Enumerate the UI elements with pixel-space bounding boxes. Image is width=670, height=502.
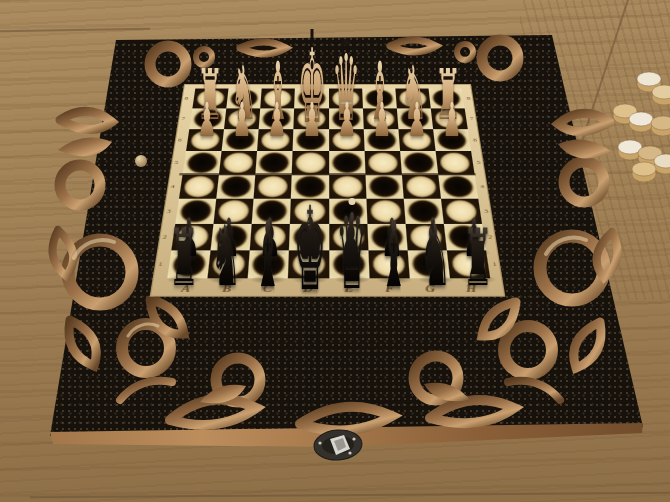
- scene: ABCDEFGH 87654321 87654321 ♜♞♝♚♛♝♞♜♟♟♟♟♟…: [0, 0, 670, 502]
- square-d5: [292, 151, 328, 174]
- square-g2: [405, 224, 446, 251]
- rank-label-8: 8: [184, 96, 188, 101]
- square-d2: [289, 224, 328, 251]
- file-label-e: E: [344, 282, 353, 294]
- square-g7: [397, 109, 433, 130]
- rank-label-5: 5: [476, 160, 481, 166]
- file-label-b: B: [222, 282, 232, 294]
- square-b5: [219, 151, 257, 174]
- file-label-h: H: [465, 282, 477, 294]
- square-e4: [329, 174, 366, 198]
- rank-label-1: 1: [158, 260, 163, 267]
- square-a1: [167, 250, 210, 278]
- chess-board-grid: [167, 89, 490, 279]
- square-a3: [175, 198, 216, 223]
- square-d7: [294, 109, 329, 130]
- square-c7: [259, 109, 295, 130]
- square-f8: [362, 89, 397, 109]
- square-e6: [329, 129, 365, 151]
- square-e5: [329, 151, 366, 174]
- rank-label-5: 5: [174, 160, 179, 166]
- square-a8: [192, 89, 228, 109]
- rank-label-6: 6: [178, 137, 183, 143]
- hinge-seam: [179, 173, 476, 175]
- square-f6: [363, 129, 399, 151]
- square-d8: [294, 89, 328, 109]
- rank-label-3: 3: [166, 208, 171, 215]
- square-b6: [222, 129, 259, 151]
- rank-label-3: 3: [484, 208, 489, 215]
- square-g1: [407, 250, 449, 278]
- latch: [298, 420, 388, 480]
- square-h3: [441, 198, 482, 223]
- square-c8: [260, 89, 295, 109]
- rank-label-4: 4: [170, 183, 175, 189]
- square-d4: [291, 174, 328, 198]
- square-f4: [365, 174, 403, 198]
- square-a7: [189, 109, 226, 130]
- square-g6: [398, 129, 435, 151]
- square-b3: [214, 198, 254, 223]
- square-a5: [183, 151, 222, 174]
- square-f2: [367, 224, 407, 251]
- rank-label-7: 7: [181, 116, 186, 122]
- square-c2: [250, 224, 290, 251]
- square-e7: [329, 109, 364, 130]
- square-b8: [226, 89, 262, 109]
- board-frame: ABCDEFGH 87654321 87654321: [150, 84, 506, 297]
- square-a4: [179, 174, 219, 198]
- square-b4: [216, 174, 255, 198]
- square-h5: [435, 151, 474, 174]
- square-c5: [256, 151, 293, 174]
- square-f7: [363, 109, 399, 130]
- file-label-f: F: [385, 282, 395, 294]
- square-c4: [254, 174, 292, 198]
- rank-label-1: 1: [492, 260, 497, 267]
- square-c6: [257, 129, 293, 151]
- square-f1: [368, 250, 409, 278]
- square-d6: [293, 129, 329, 151]
- square-b7: [224, 109, 260, 130]
- square-d1: [288, 250, 328, 278]
- square-h8: [428, 89, 464, 109]
- file-label-c: C: [263, 282, 273, 294]
- square-g4: [402, 174, 441, 198]
- square-b2: [211, 224, 252, 251]
- square-a6: [186, 129, 224, 151]
- square-h4: [438, 174, 478, 198]
- square-h1: [447, 250, 491, 278]
- file-label-d: D: [303, 282, 313, 294]
- rank-label-4: 4: [480, 183, 485, 189]
- square-f3: [366, 198, 405, 223]
- square-h7: [431, 109, 468, 130]
- chessboard: ABCDEFGH 87654321 87654321: [184, 84, 471, 351]
- square-e2: [329, 224, 368, 251]
- rank-label-8: 8: [466, 96, 470, 101]
- square-e8: [329, 89, 363, 109]
- rank-label-2: 2: [162, 233, 167, 240]
- square-e3: [329, 198, 367, 223]
- square-c1: [248, 250, 289, 278]
- square-a2: [171, 224, 213, 251]
- square-d3: [290, 198, 328, 223]
- square-g8: [395, 89, 431, 109]
- square-g3: [403, 198, 443, 223]
- rank-label-6: 6: [473, 137, 478, 143]
- square-f5: [364, 151, 401, 174]
- square-h2: [444, 224, 486, 251]
- square-g5: [400, 151, 438, 174]
- square-e1: [329, 250, 369, 278]
- file-label-g: G: [425, 282, 436, 294]
- square-c3: [252, 198, 291, 223]
- rank-label-7: 7: [469, 116, 474, 122]
- square-h6: [433, 129, 471, 151]
- rank-label-2: 2: [488, 233, 493, 240]
- file-label-a: A: [181, 282, 192, 294]
- square-b1: [208, 250, 250, 278]
